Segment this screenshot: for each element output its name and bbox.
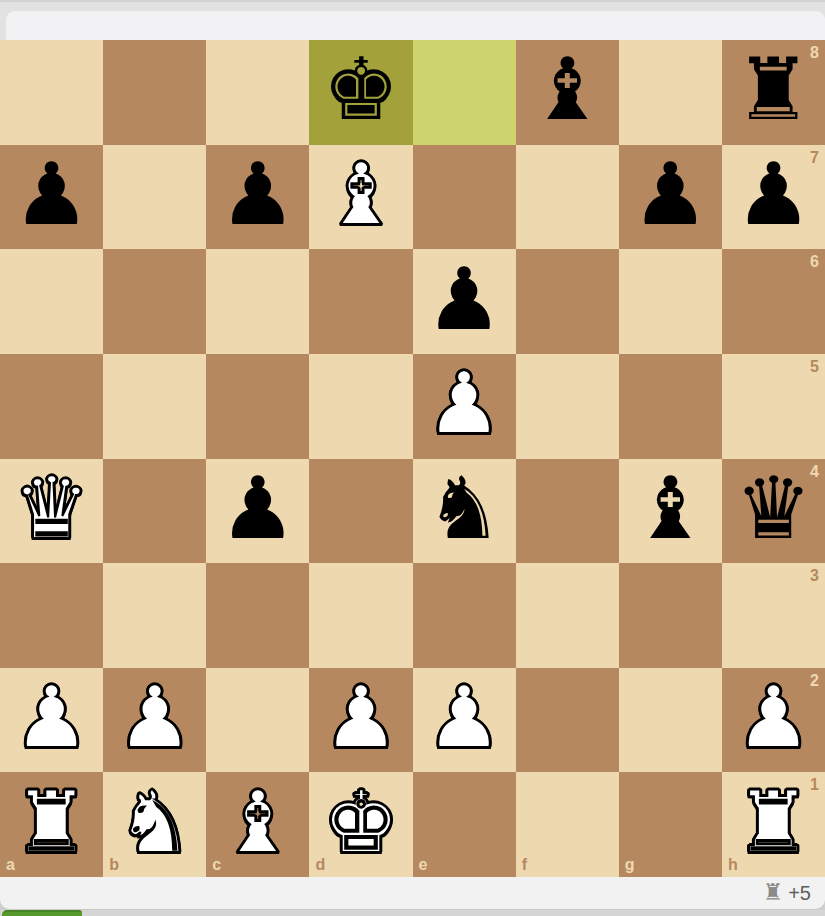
piece-wP-b2[interactable]: ♟ [116,674,193,760]
square-d8[interactable]: ♚ [309,40,412,145]
square-a2[interactable]: ♟ [0,668,103,773]
square-c1[interactable]: ♝c [206,772,309,877]
opponent-bar-edge [6,11,825,40]
file-label-f: f [522,857,527,873]
square-e3[interactable] [413,563,516,668]
square-f4[interactable] [516,459,619,564]
piece-bR-h8[interactable]: ♜ [735,46,812,132]
piece-bP-a7[interactable]: ♟ [13,151,90,237]
square-b6[interactable] [103,249,206,354]
square-d3[interactable] [309,563,412,668]
file-label-g: g [625,857,635,873]
material-advantage-score: +5 [788,882,811,905]
file-label-a: a [6,857,15,873]
square-c2[interactable] [206,668,309,773]
square-h1[interactable]: ♜1h [722,772,825,877]
piece-bP-e6[interactable]: ♟ [426,256,503,342]
square-h8[interactable]: ♜8 [722,40,825,145]
square-a1[interactable]: ♜a [0,772,103,877]
square-g6[interactable] [619,249,722,354]
file-label-h: h [728,857,738,873]
piece-wB-d7[interactable]: ♝ [322,151,399,237]
piece-bN-e4[interactable]: ♞ [426,465,503,551]
square-e7[interactable] [413,145,516,250]
rank-label-1: 1 [810,777,819,793]
piece-wP-d2[interactable]: ♟ [322,674,399,760]
file-label-c: c [212,857,221,873]
piece-bQ-h4[interactable]: ♛ [735,465,812,551]
square-g4[interactable]: ♝ [619,459,722,564]
square-a7[interactable]: ♟ [0,145,103,250]
square-f8[interactable]: ♝ [516,40,619,145]
piece-wR-a1[interactable]: ♜ [13,779,90,865]
piece-bK-d8[interactable]: ♚ [322,46,399,132]
square-b1[interactable]: ♞b [103,772,206,877]
square-f3[interactable] [516,563,619,668]
square-a8[interactable] [0,40,103,145]
square-f2[interactable] [516,668,619,773]
square-b8[interactable] [103,40,206,145]
square-c4[interactable]: ♟ [206,459,309,564]
square-h3[interactable]: 3 [722,563,825,668]
lower-edge-strip [0,910,825,916]
square-b3[interactable] [103,563,206,668]
square-c7[interactable]: ♟ [206,145,309,250]
square-b5[interactable] [103,354,206,459]
square-h2[interactable]: ♟2 [722,668,825,773]
piece-wQ-a4[interactable]: ♛ [13,465,90,551]
piece-bB-g4[interactable]: ♝ [632,465,709,551]
top-panel [0,0,825,40]
square-b4[interactable] [103,459,206,564]
square-a3[interactable] [0,563,103,668]
square-e6[interactable]: ♟ [413,249,516,354]
piece-bP-h7[interactable]: ♟ [735,151,812,237]
square-h6[interactable]: 6 [722,249,825,354]
file-label-e: e [419,857,428,873]
square-b2[interactable]: ♟ [103,668,206,773]
square-e5[interactable]: ♟ [413,354,516,459]
piece-bP-c4[interactable]: ♟ [219,465,296,551]
green-button-edge[interactable] [2,910,82,916]
piece-wP-a2[interactable]: ♟ [13,674,90,760]
square-e2[interactable]: ♟ [413,668,516,773]
rank-label-8: 8 [810,45,819,61]
square-h7[interactable]: ♟7 [722,145,825,250]
rank-label-6: 6 [810,254,819,270]
square-c8[interactable] [206,40,309,145]
square-c6[interactable] [206,249,309,354]
square-b7[interactable] [103,145,206,250]
square-d4[interactable] [309,459,412,564]
square-g3[interactable] [619,563,722,668]
square-f1[interactable]: f [516,772,619,877]
square-d6[interactable] [309,249,412,354]
piece-wP-h2[interactable]: ♟ [735,674,812,760]
square-c3[interactable] [206,563,309,668]
chess-board: ♚♝♜8♟♟♝♟♟7♟6♟5♛♟♞♝♛43♟♟♟♟♟2♜a♞b♝c♚defg♜1… [0,40,825,877]
square-d7[interactable]: ♝ [309,145,412,250]
piece-wN-b1[interactable]: ♞ [116,779,193,865]
square-g1[interactable]: g [619,772,722,877]
rank-label-4: 4 [810,464,819,480]
square-f5[interactable] [516,354,619,459]
square-e1[interactable]: e [413,772,516,877]
file-label-d: d [315,857,325,873]
square-g2[interactable] [619,668,722,773]
rank-label-3: 3 [810,568,819,584]
square-e8[interactable] [413,40,516,145]
square-a4[interactable]: ♛ [0,459,103,564]
rank-label-5: 5 [810,359,819,375]
piece-wP-e5[interactable]: ♟ [426,360,503,446]
square-e4[interactable]: ♞ [413,459,516,564]
piece-bP-g7[interactable]: ♟ [632,151,709,237]
square-d2[interactable]: ♟ [309,668,412,773]
square-f7[interactable] [516,145,619,250]
square-g7[interactable]: ♟ [619,145,722,250]
piece-wB-c1[interactable]: ♝ [219,779,296,865]
square-c5[interactable] [206,354,309,459]
square-g8[interactable] [619,40,722,145]
piece-bP-c7[interactable]: ♟ [219,151,296,237]
piece-wP-e2[interactable]: ♟ [426,674,503,760]
file-label-b: b [109,857,119,873]
square-d5[interactable] [309,354,412,459]
square-g5[interactable] [619,354,722,459]
piece-wK-d1[interactable]: ♚ [322,779,399,865]
rank-label-2: 2 [810,673,819,689]
square-a6[interactable] [0,249,103,354]
square-h4[interactable]: ♛4 [722,459,825,564]
square-f6[interactable] [516,249,619,354]
square-d1[interactable]: ♚d [309,772,412,877]
square-a5[interactable] [0,354,103,459]
player-bar: ♜ +5 [0,877,825,910]
piece-bB-f8[interactable]: ♝ [529,46,606,132]
piece-wR-h1[interactable]: ♜ [735,779,812,865]
captured-black-rook-icon: ♜ [763,881,784,904]
square-h5[interactable]: 5 [722,354,825,459]
rank-label-7: 7 [810,150,819,166]
chess-app-window: ♚♝♜8♟♟♝♟♟7♟6♟5♛♟♞♝♛43♟♟♟♟♟2♜a♞b♝c♚defg♜1… [0,0,825,916]
